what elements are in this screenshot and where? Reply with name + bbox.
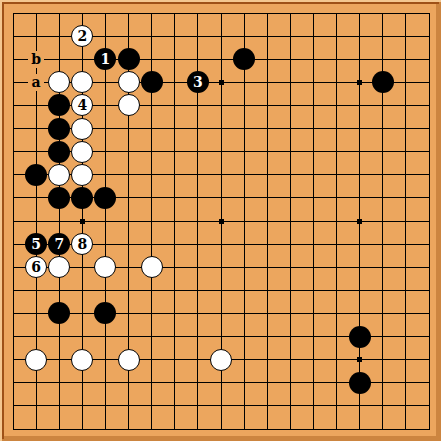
move-number-1: 1 (101, 52, 111, 66)
white-stone-B4 (25, 349, 47, 371)
white-stone-C12 (48, 164, 70, 186)
white-stone-C16 (48, 71, 70, 93)
move-number-2: 2 (78, 29, 88, 43)
star-point (80, 219, 85, 224)
black-stone-E11 (94, 187, 116, 209)
black-stone-C13 (48, 141, 70, 163)
black-stone-C14 (48, 118, 70, 140)
black-stone-G16 (141, 71, 163, 93)
star-point (357, 80, 362, 85)
black-stone-F17 (118, 48, 140, 70)
white-stone-B8: 6 (25, 256, 47, 278)
star-point (219, 80, 224, 85)
black-stone-D11 (71, 187, 93, 209)
pieces-layer: ba21345786 (2, 2, 441, 441)
star-point (357, 219, 362, 224)
black-stone-C6 (48, 302, 70, 324)
black-stone-J16: 3 (187, 71, 209, 93)
white-stone-F4 (118, 349, 140, 371)
white-stone-E8 (94, 256, 116, 278)
black-stone-C11 (48, 187, 70, 209)
white-stone-K4 (210, 349, 232, 371)
white-stone-D18: 2 (71, 25, 93, 47)
black-stone-E17: 1 (94, 48, 116, 70)
black-stone-Q5 (349, 326, 371, 348)
white-stone-F16 (118, 71, 140, 93)
point-label-b: b (28, 51, 44, 68)
white-stone-D13 (71, 141, 93, 163)
move-number-6: 6 (31, 260, 41, 274)
white-stone-D12 (71, 164, 93, 186)
white-stone-C8 (48, 256, 70, 278)
black-stone-Q3 (349, 372, 371, 394)
white-stone-D9: 8 (71, 233, 93, 255)
move-number-4: 4 (78, 98, 88, 112)
white-stone-D15: 4 (71, 94, 93, 116)
black-stone-C15 (48, 94, 70, 116)
black-stone-B12 (25, 164, 47, 186)
black-stone-B9: 5 (25, 233, 47, 255)
star-point (219, 219, 224, 224)
black-stone-C9: 7 (48, 233, 70, 255)
point-label-a: a (28, 74, 44, 91)
white-stone-D14 (71, 118, 93, 140)
black-stone-L17 (233, 48, 255, 70)
white-stone-F15 (118, 94, 140, 116)
move-number-7: 7 (54, 237, 64, 251)
black-stone-E6 (94, 302, 116, 324)
move-number-3: 3 (193, 75, 203, 89)
black-stone-R16 (372, 71, 394, 93)
go-board[interactable]: ba21345786 (0, 0, 441, 441)
white-stone-D16 (71, 71, 93, 93)
move-number-5: 5 (31, 237, 41, 251)
star-point (357, 357, 362, 362)
move-number-8: 8 (78, 237, 88, 251)
white-stone-D4 (71, 349, 93, 371)
white-stone-G8 (141, 256, 163, 278)
